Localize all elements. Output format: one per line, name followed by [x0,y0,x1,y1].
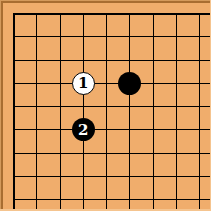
intersection-1-5 [2,95,25,118]
intersection-3-7 [48,141,71,164]
intersection-5-5 [95,95,118,118]
black-stone [118,72,141,95]
intersection-7-7 [141,141,164,164]
black-stone-2: 2 [72,118,95,141]
intersection-3-8 [48,165,71,188]
move-number-label: 1 [78,76,88,91]
go-board-diagram: 12 [0,0,211,211]
intersection-2-5 [25,95,48,118]
intersection-9-5 [188,95,211,118]
intersection-7-8 [141,165,164,188]
intersection-8-5 [165,95,188,118]
intersection-8-8 [165,165,188,188]
intersection-9-8 [188,165,211,188]
intersection-9-7 [188,141,211,164]
intersection-8-3 [165,48,188,71]
intersection-4-2 [72,25,95,48]
intersection-5-6 [95,118,118,141]
intersection-3-1 [48,2,71,25]
intersection-2-9 [25,188,48,211]
intersection-7-1 [141,2,164,25]
intersection-9-9 [188,188,211,211]
intersection-2-2 [25,25,48,48]
intersection-3-4 [48,72,71,95]
intersection-6-5 [118,95,141,118]
intersection-6-7 [118,141,141,164]
intersection-3-5 [48,95,71,118]
intersection-8-4 [165,72,188,95]
intersection-1-9 [2,188,25,211]
white-stone-1: 1 [72,72,95,95]
intersection-6-1 [118,2,141,25]
intersection-5-2 [95,25,118,48]
intersection-7-4 [141,72,164,95]
intersection-8-7 [165,141,188,164]
intersection-2-1 [25,2,48,25]
intersection-7-3 [141,48,164,71]
stones-layer: 12 [2,2,211,211]
intersection-4-6: 2 [72,118,95,141]
intersection-1-7 [2,141,25,164]
intersection-6-3 [118,48,141,71]
intersection-1-6 [2,118,25,141]
intersection-8-1 [165,2,188,25]
intersection-6-6 [118,118,141,141]
intersection-1-2 [2,25,25,48]
intersection-4-3 [72,48,95,71]
intersection-1-1 [2,2,25,25]
intersection-1-4 [2,72,25,95]
intersection-5-8 [95,165,118,188]
intersection-2-7 [25,141,48,164]
intersection-3-2 [48,25,71,48]
intersection-4-4: 1 [72,72,95,95]
intersection-1-3 [2,48,25,71]
intersection-2-6 [25,118,48,141]
intersection-6-4 [118,72,141,95]
intersection-2-4 [25,72,48,95]
intersection-2-3 [25,48,48,71]
intersection-8-9 [165,188,188,211]
intersection-3-9 [48,188,71,211]
intersection-9-4 [188,72,211,95]
move-number-label: 2 [78,123,88,138]
intersection-6-2 [118,25,141,48]
intersection-7-2 [141,25,164,48]
intersection-5-4 [95,72,118,95]
intersection-5-1 [95,2,118,25]
intersection-6-8 [118,165,141,188]
intersection-4-9 [72,188,95,211]
intersection-9-2 [188,25,211,48]
intersection-4-7 [72,141,95,164]
intersection-8-2 [165,25,188,48]
intersection-4-5 [72,95,95,118]
intersection-9-6 [188,118,211,141]
intersection-9-3 [188,48,211,71]
intersection-5-3 [95,48,118,71]
intersection-9-1 [188,2,211,25]
intersection-4-8 [72,165,95,188]
intersection-3-6 [48,118,71,141]
intersection-5-7 [95,141,118,164]
intersection-8-6 [165,118,188,141]
intersection-7-5 [141,95,164,118]
intersection-4-1 [72,2,95,25]
intersection-2-8 [25,165,48,188]
intersection-1-8 [2,165,25,188]
intersection-6-9 [118,188,141,211]
intersection-5-9 [95,188,118,211]
intersection-7-6 [141,118,164,141]
intersection-3-3 [48,48,71,71]
intersection-7-9 [141,188,164,211]
